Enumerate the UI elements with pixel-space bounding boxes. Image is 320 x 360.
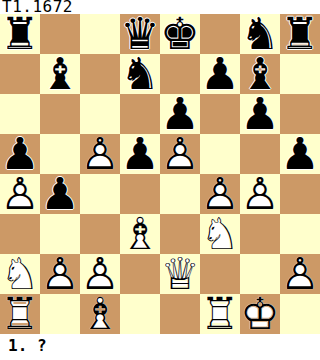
piece-white-knight[interactable]: ♞♘ [200, 214, 240, 254]
square-h8[interactable]: ♜ [280, 14, 320, 54]
square-d7[interactable]: ♞ [120, 54, 160, 94]
piece-white-bishop[interactable]: ♝♗ [80, 294, 120, 334]
square-h5[interactable]: ♟ [280, 134, 320, 174]
square-b7[interactable]: ♝ [40, 54, 80, 94]
piece-black-king[interactable]: ♚ [160, 14, 200, 54]
piece-outline: ♘ [200, 214, 240, 254]
piece-white-bishop[interactable]: ♝♗ [120, 214, 160, 254]
piece-black-pawn[interactable]: ♟ [280, 134, 320, 174]
piece-outline: ♕ [160, 254, 200, 294]
square-b1[interactable] [40, 294, 80, 334]
piece-outline: ♙ [0, 174, 40, 214]
square-e8[interactable]: ♚ [160, 14, 200, 54]
piece-outline: ♙ [40, 254, 80, 294]
square-b6[interactable] [40, 94, 80, 134]
square-f7[interactable]: ♟ [200, 54, 240, 94]
square-g6[interactable]: ♟ [240, 94, 280, 134]
square-c7[interactable] [80, 54, 120, 94]
square-e4[interactable] [160, 174, 200, 214]
piece-outline: ♗ [80, 294, 120, 334]
piece-black-pawn[interactable]: ♟ [240, 94, 280, 134]
square-h4[interactable] [280, 174, 320, 214]
square-e2[interactable]: ♛♕ [160, 254, 200, 294]
chess-board: ♜♛♚♞♜♝♞♟♝♟♟♟♟♙♟♟♙♟♟♙♟♟♙♟♙♝♗♞♘♞♘♟♙♟♙♛♕♟♙♜… [0, 14, 320, 334]
square-d3[interactable]: ♝♗ [120, 214, 160, 254]
square-d2[interactable] [120, 254, 160, 294]
square-c8[interactable] [80, 14, 120, 54]
piece-white-king[interactable]: ♚♔ [240, 294, 280, 334]
piece-white-pawn[interactable]: ♟♙ [80, 134, 120, 174]
square-a8[interactable]: ♜ [0, 14, 40, 54]
piece-white-rook[interactable]: ♜♖ [200, 294, 240, 334]
square-e1[interactable] [160, 294, 200, 334]
piece-outline: ♙ [240, 174, 280, 214]
square-c5[interactable]: ♟♙ [80, 134, 120, 174]
piece-outline: ♖ [0, 294, 40, 334]
square-c1[interactable]: ♝♗ [80, 294, 120, 334]
piece-outline: ♙ [80, 134, 120, 174]
piece-black-pawn[interactable]: ♟ [200, 54, 240, 94]
square-h7[interactable] [280, 54, 320, 94]
square-g4[interactable]: ♟♙ [240, 174, 280, 214]
square-h1[interactable] [280, 294, 320, 334]
piece-black-knight[interactable]: ♞ [120, 54, 160, 94]
piece-black-rook[interactable]: ♜ [280, 14, 320, 54]
piece-outline: ♙ [280, 254, 320, 294]
square-f6[interactable] [200, 94, 240, 134]
square-g3[interactable] [240, 214, 280, 254]
piece-white-pawn[interactable]: ♟♙ [0, 174, 40, 214]
square-d5[interactable]: ♟ [120, 134, 160, 174]
piece-black-bishop[interactable]: ♝ [40, 54, 80, 94]
piece-outline: ♔ [240, 294, 280, 334]
square-b4[interactable]: ♟ [40, 174, 80, 214]
piece-outline: ♙ [160, 134, 200, 174]
square-a7[interactable] [0, 54, 40, 94]
square-a1[interactable]: ♜♖ [0, 294, 40, 334]
piece-white-rook[interactable]: ♜♖ [0, 294, 40, 334]
square-a4[interactable]: ♟♙ [0, 174, 40, 214]
piece-white-pawn[interactable]: ♟♙ [40, 254, 80, 294]
piece-black-rook[interactable]: ♜ [0, 14, 40, 54]
square-e5[interactable]: ♟♙ [160, 134, 200, 174]
square-g1[interactable]: ♚♔ [240, 294, 280, 334]
square-f3[interactable]: ♞♘ [200, 214, 240, 254]
square-c4[interactable] [80, 174, 120, 214]
piece-white-queen[interactable]: ♛♕ [160, 254, 200, 294]
piece-white-pawn[interactable]: ♟♙ [280, 254, 320, 294]
piece-outline: ♖ [200, 294, 240, 334]
piece-white-pawn[interactable]: ♟♙ [240, 174, 280, 214]
piece-outline: ♗ [120, 214, 160, 254]
piece-white-pawn[interactable]: ♟♙ [160, 134, 200, 174]
square-b2[interactable]: ♟♙ [40, 254, 80, 294]
piece-black-pawn[interactable]: ♟ [40, 174, 80, 214]
square-h2[interactable]: ♟♙ [280, 254, 320, 294]
square-d1[interactable] [120, 294, 160, 334]
square-f1[interactable]: ♜♖ [200, 294, 240, 334]
piece-black-pawn[interactable]: ♟ [120, 134, 160, 174]
